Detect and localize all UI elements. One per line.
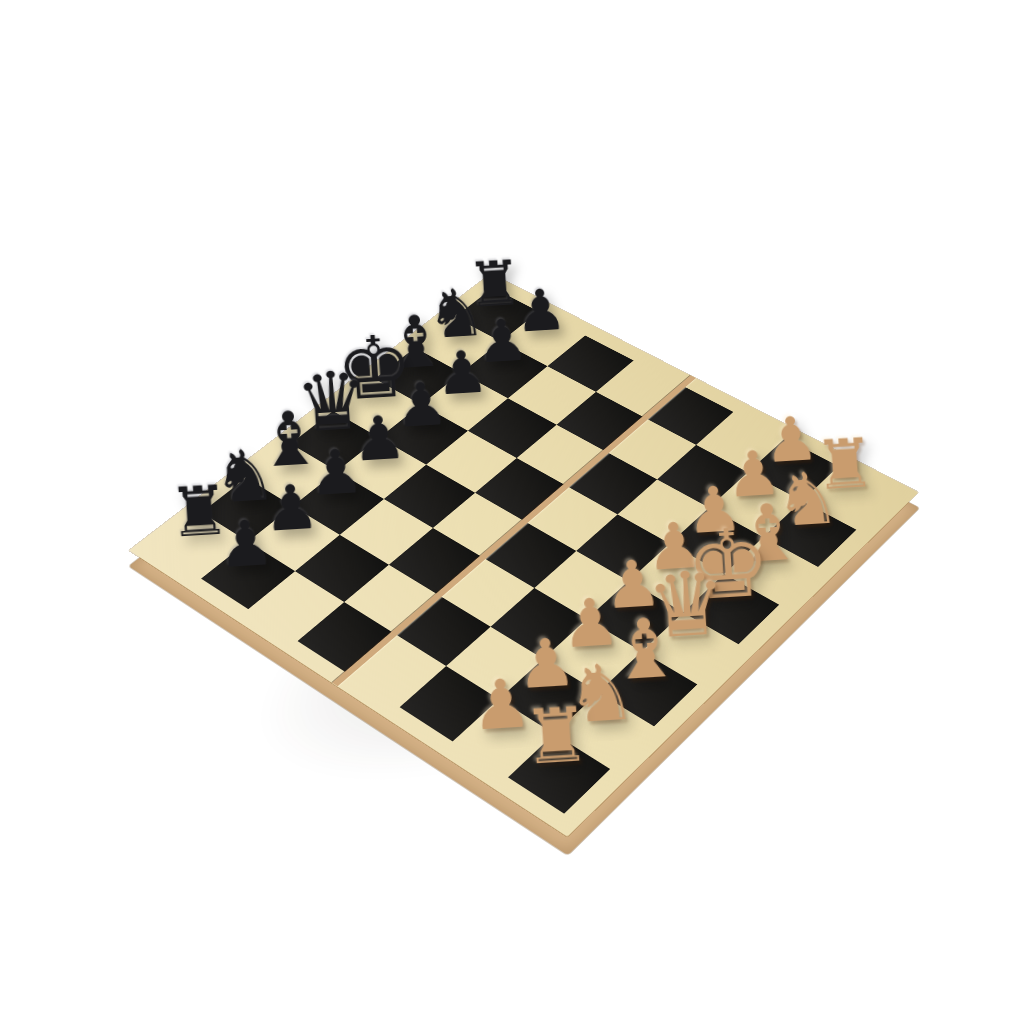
piece-white-pawn-h2: ♟ (737, 356, 842, 472)
piece-black-rook-h8: ♜ (445, 210, 542, 317)
piece-black-pawn-b7: ♟ (237, 423, 344, 541)
piece-black-queen-d8: ♛ (280, 330, 382, 443)
piece-white-king-e1: ♚ (672, 489, 783, 612)
piece-black-pawn-f7: ♟ (410, 293, 511, 405)
piece-white-pawn-f2: ♟ (659, 424, 767, 543)
piece-black-bishop-c8: ♝ (236, 363, 340, 478)
piece-black-pawn-d7: ♟ (326, 356, 430, 471)
piece-black-knight-g8: ♞ (405, 239, 503, 348)
piece-white-knight-g1: ♞ (752, 417, 860, 536)
piece-white-rook-h1: ♜ (791, 383, 897, 501)
piece-white-pawn-c2: ♟ (532, 534, 645, 659)
chess-board: ♜♞♝♛♚♝♞♜♟♟♟♟♟♟♟♟♟♟♟♟♟♟♟♟♜♞♝♛♚♝♞♜ (129, 273, 918, 836)
perspective-wrapper: ♜♞♝♛♚♝♞♜♟♟♟♟♟♟♟♟♟♟♟♟♟♟♟♟♜♞♝♛♚♝♞♜ (0, 0, 1024, 1024)
piece-white-pawn-g2: ♟ (698, 390, 805, 508)
piece-black-pawn-e7: ♟ (369, 324, 471, 437)
product-photo-scene: ♜♞♝♛♚♝♞♜♟♟♟♟♟♟♟♟♟♟♟♟♟♟♟♟♜♞♝♛♚♝♞♜ (0, 0, 1024, 1024)
piece-black-king-e8: ♚ (323, 299, 424, 411)
piece-white-knight-b1: ♞ (542, 605, 658, 734)
piece-black-pawn-g7: ♟ (451, 262, 551, 372)
piece-black-bishop-f8: ♝ (365, 268, 465, 378)
piece-white-pawn-e2: ♟ (618, 459, 728, 580)
piece-white-pawn-a2: ♟ (441, 612, 557, 741)
piece-white-bishop-c1: ♝ (586, 565, 701, 692)
board-top-surface: ♜♞♝♛♚♝♞♜♟♟♟♟♟♟♟♟♟♟♟♟♟♟♟♟♜♞♝♛♚♝♞♜ (129, 273, 918, 836)
piece-black-pawn-h7: ♟ (490, 233, 588, 342)
piece-white-pawn-b2: ♟ (487, 572, 602, 699)
